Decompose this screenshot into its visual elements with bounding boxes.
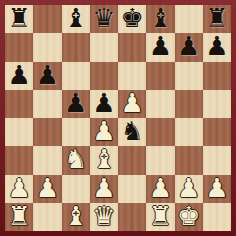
square-h6[interactable] xyxy=(203,62,231,90)
square-b1[interactable] xyxy=(33,203,61,231)
piece-black-pawn[interactable]: ♟ xyxy=(205,33,228,59)
square-e1[interactable] xyxy=(118,203,146,231)
board-frame: ♜♝♛♚♝♜♟♟♟♟♟♟♟♟♟♞♞♝♟♟♟♟♟♟♜♝♛♜♚ xyxy=(0,0,236,236)
square-f3[interactable] xyxy=(146,146,174,174)
square-f2[interactable]: ♟ xyxy=(146,175,174,203)
square-a3[interactable] xyxy=(5,146,33,174)
square-f8[interactable]: ♝ xyxy=(146,5,174,33)
square-g2[interactable]: ♟ xyxy=(175,175,203,203)
square-e7[interactable] xyxy=(118,33,146,61)
square-h8[interactable]: ♜ xyxy=(203,5,231,33)
square-g5[interactable] xyxy=(175,90,203,118)
piece-white-pawn[interactable]: ♟ xyxy=(36,175,59,201)
square-h4[interactable] xyxy=(203,118,231,146)
square-h2[interactable]: ♟ xyxy=(203,175,231,203)
square-d7[interactable] xyxy=(90,33,118,61)
piece-white-pawn[interactable]: ♟ xyxy=(120,90,143,116)
square-b8[interactable] xyxy=(33,5,61,33)
piece-black-pawn[interactable]: ♟ xyxy=(177,33,200,59)
piece-black-pawn[interactable]: ♟ xyxy=(7,62,30,88)
piece-black-pawn[interactable]: ♟ xyxy=(149,33,172,59)
square-c4[interactable] xyxy=(62,118,90,146)
square-h3[interactable] xyxy=(203,146,231,174)
square-d1[interactable]: ♛ xyxy=(90,203,118,231)
square-a6[interactable]: ♟ xyxy=(5,62,33,90)
piece-white-knight[interactable]: ♞ xyxy=(64,146,87,172)
square-b7[interactable] xyxy=(33,33,61,61)
piece-white-pawn[interactable]: ♟ xyxy=(149,175,172,201)
square-a2[interactable]: ♟ xyxy=(5,175,33,203)
square-a7[interactable] xyxy=(5,33,33,61)
chess-board: ♜♝♛♚♝♜♟♟♟♟♟♟♟♟♟♞♞♝♟♟♟♟♟♟♜♝♛♜♚ xyxy=(5,5,231,231)
square-f7[interactable]: ♟ xyxy=(146,33,174,61)
piece-black-rook[interactable]: ♜ xyxy=(205,5,228,31)
piece-black-bishop[interactable]: ♝ xyxy=(64,5,87,31)
square-d5[interactable]: ♟ xyxy=(90,90,118,118)
square-d3[interactable]: ♝ xyxy=(90,146,118,174)
piece-white-rook[interactable]: ♜ xyxy=(149,203,172,229)
piece-black-pawn[interactable]: ♟ xyxy=(64,90,87,116)
piece-white-pawn[interactable]: ♟ xyxy=(205,175,228,201)
piece-white-pawn[interactable]: ♟ xyxy=(177,175,200,201)
piece-white-pawn[interactable]: ♟ xyxy=(92,175,115,201)
square-c6[interactable] xyxy=(62,62,90,90)
square-b6[interactable]: ♟ xyxy=(33,62,61,90)
piece-white-pawn[interactable]: ♟ xyxy=(7,175,30,201)
square-e3[interactable] xyxy=(118,146,146,174)
square-g1[interactable]: ♚ xyxy=(175,203,203,231)
square-f1[interactable]: ♜ xyxy=(146,203,174,231)
square-a4[interactable] xyxy=(5,118,33,146)
piece-white-king[interactable]: ♚ xyxy=(177,203,200,229)
square-g8[interactable] xyxy=(175,5,203,33)
square-a5[interactable] xyxy=(5,90,33,118)
square-c3[interactable]: ♞ xyxy=(62,146,90,174)
piece-white-queen[interactable]: ♛ xyxy=(92,203,115,229)
piece-black-knight[interactable]: ♞ xyxy=(120,118,143,144)
square-b2[interactable]: ♟ xyxy=(33,175,61,203)
square-b5[interactable] xyxy=(33,90,61,118)
square-f5[interactable] xyxy=(146,90,174,118)
piece-black-king[interactable]: ♚ xyxy=(120,5,143,31)
square-e8[interactable]: ♚ xyxy=(118,5,146,33)
square-h5[interactable] xyxy=(203,90,231,118)
square-h1[interactable] xyxy=(203,203,231,231)
square-c2[interactable] xyxy=(62,175,90,203)
square-a8[interactable]: ♜ xyxy=(5,5,33,33)
piece-white-rook[interactable]: ♜ xyxy=(7,203,30,229)
square-g3[interactable] xyxy=(175,146,203,174)
piece-black-pawn[interactable]: ♟ xyxy=(36,62,59,88)
square-e6[interactable] xyxy=(118,62,146,90)
square-f6[interactable] xyxy=(146,62,174,90)
square-e5[interactable]: ♟ xyxy=(118,90,146,118)
square-g7[interactable]: ♟ xyxy=(175,33,203,61)
piece-black-bishop[interactable]: ♝ xyxy=(149,5,172,31)
piece-black-pawn[interactable]: ♟ xyxy=(92,90,115,116)
square-d4[interactable]: ♟ xyxy=(90,118,118,146)
square-c7[interactable] xyxy=(62,33,90,61)
square-e2[interactable] xyxy=(118,175,146,203)
square-c8[interactable]: ♝ xyxy=(62,5,90,33)
square-b3[interactable] xyxy=(33,146,61,174)
square-g4[interactable] xyxy=(175,118,203,146)
square-c1[interactable]: ♝ xyxy=(62,203,90,231)
piece-black-rook[interactable]: ♜ xyxy=(7,5,30,31)
piece-black-queen[interactable]: ♛ xyxy=(92,5,115,31)
piece-white-bishop[interactable]: ♝ xyxy=(64,203,87,229)
square-d2[interactable]: ♟ xyxy=(90,175,118,203)
square-g6[interactable] xyxy=(175,62,203,90)
square-d8[interactable]: ♛ xyxy=(90,5,118,33)
square-a1[interactable]: ♜ xyxy=(5,203,33,231)
square-f4[interactable] xyxy=(146,118,174,146)
piece-white-pawn[interactable]: ♟ xyxy=(92,118,115,144)
square-d6[interactable] xyxy=(90,62,118,90)
square-c5[interactable]: ♟ xyxy=(62,90,90,118)
square-e4[interactable]: ♞ xyxy=(118,118,146,146)
piece-white-bishop[interactable]: ♝ xyxy=(92,146,115,172)
square-b4[interactable] xyxy=(33,118,61,146)
square-h7[interactable]: ♟ xyxy=(203,33,231,61)
